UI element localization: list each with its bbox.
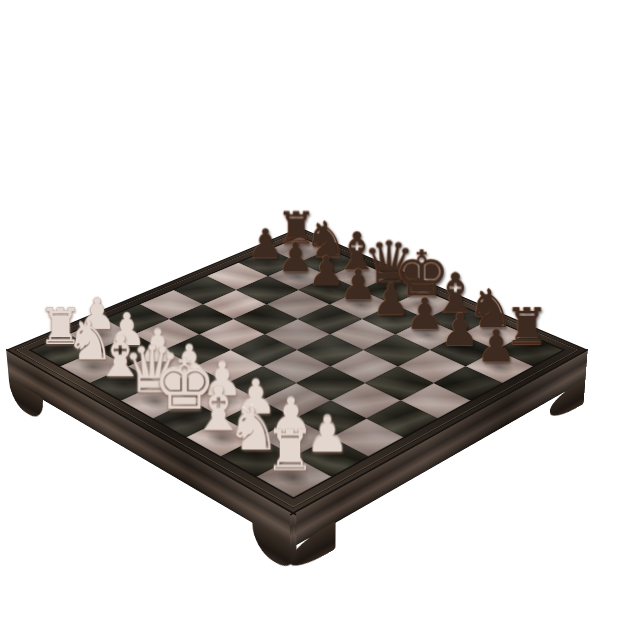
board-foot-left: [9, 378, 45, 424]
black-pawn-piece: ♟: [450, 323, 542, 368]
white-rook-piece: ♜: [239, 422, 341, 479]
product-photo: ♜♞♝♛♚♝♞♜♟♟♟♟♟♟♟♟♟♟♟♟♟♟♟♟♜♞♝♛♚♝♞♜: [0, 0, 640, 640]
photo-scene: ♜♞♝♛♚♝♞♜♟♟♟♟♟♟♟♟♟♟♟♟♟♟♟♟♜♞♝♛♚♝♞♜: [0, 0, 640, 640]
board-foot-right: [549, 378, 585, 424]
board-foot-front-2: [290, 521, 335, 575]
chess-board: ♜♞♝♛♚♝♞♜♟♟♟♟♟♟♟♟♟♟♟♟♟♟♟♟♜♞♝♛♚♝♞♜: [6, 227, 589, 514]
